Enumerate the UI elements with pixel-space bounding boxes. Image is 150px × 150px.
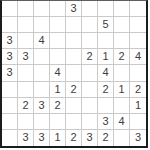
cell-r5c1-clue: 3 [2, 65, 18, 81]
cell-r5c8[interactable] [114, 65, 130, 81]
cell-r9c6-clue: 3 [82, 130, 98, 146]
cell-r2c9[interactable] [130, 17, 146, 33]
cell-r1c5-clue: 3 [66, 1, 82, 17]
cell-r2c1[interactable] [2, 17, 18, 33]
cell-r2c5[interactable] [66, 17, 82, 33]
cell-r4c8-clue: 2 [114, 49, 130, 65]
cell-r3c7[interactable] [98, 33, 114, 49]
cell-r3c8[interactable] [114, 33, 130, 49]
cell-r6c6[interactable] [82, 82, 98, 98]
cell-r1c3[interactable] [34, 1, 50, 17]
cell-r5c4-clue: 4 [50, 65, 66, 81]
cell-r9c2-clue: 3 [18, 130, 34, 146]
cell-r4c1-clue: 3 [2, 49, 18, 65]
cell-r7c6[interactable] [82, 98, 98, 114]
cell-r9c7-clue: 2 [98, 130, 114, 146]
cell-r1c6[interactable] [82, 1, 98, 17]
cell-r9c3-clue: 3 [34, 130, 50, 146]
cell-r7c9-clue: 1 [130, 98, 146, 114]
cell-r5c7-clue: 4 [98, 65, 114, 81]
cell-r2c8[interactable] [114, 17, 130, 33]
cell-r6c4-clue: 1 [50, 82, 66, 98]
cell-r7c1[interactable] [2, 98, 18, 114]
cell-r4c7-clue: 1 [98, 49, 114, 65]
cell-r9c4-clue: 1 [50, 130, 66, 146]
cell-r4c4[interactable] [50, 49, 66, 65]
cell-r6c9-clue: 2 [130, 82, 146, 98]
cell-r6c7-clue: 2 [98, 82, 114, 98]
cell-r3c1-clue: 3 [2, 33, 18, 49]
cell-r8c8-clue: 4 [114, 114, 130, 130]
cell-r6c3[interactable] [34, 82, 50, 98]
minesweeper-board: 3534332124344122122321343312323 [0, 0, 148, 148]
cell-r3c4[interactable] [50, 33, 66, 49]
cell-r7c5[interactable] [66, 98, 82, 114]
cell-r2c3[interactable] [34, 17, 50, 33]
cell-r8c9[interactable] [130, 114, 146, 130]
cell-r1c7[interactable] [98, 1, 114, 17]
cell-r9c8[interactable] [114, 130, 130, 146]
cell-r5c2[interactable] [18, 65, 34, 81]
cell-r1c9[interactable] [130, 1, 146, 17]
cell-r5c6[interactable] [82, 65, 98, 81]
cell-r7c4-clue: 2 [50, 98, 66, 114]
cell-r3c6[interactable] [82, 33, 98, 49]
cell-r4c3[interactable] [34, 49, 50, 65]
cell-r6c2[interactable] [18, 82, 34, 98]
cell-r8c4[interactable] [50, 114, 66, 130]
cell-r2c2[interactable] [18, 17, 34, 33]
cell-r7c8[interactable] [114, 98, 130, 114]
cell-r8c2[interactable] [18, 114, 34, 130]
cell-r5c5[interactable] [66, 65, 82, 81]
cell-r4c9-clue: 4 [130, 49, 146, 65]
cell-r3c5[interactable] [66, 33, 82, 49]
cell-r2c7-clue: 5 [98, 17, 114, 33]
cell-r7c3-clue: 3 [34, 98, 50, 114]
cell-r2c4[interactable] [50, 17, 66, 33]
cell-r6c8-clue: 1 [114, 82, 130, 98]
cell-r1c1[interactable] [2, 1, 18, 17]
cell-r7c7[interactable] [98, 98, 114, 114]
cell-r2c6[interactable] [82, 17, 98, 33]
cell-r1c8[interactable] [114, 1, 130, 17]
cell-r8c5[interactable] [66, 114, 82, 130]
cell-r8c1[interactable] [2, 114, 18, 130]
cell-r7c2-clue: 2 [18, 98, 34, 114]
cell-r9c9-clue: 3 [130, 130, 146, 146]
cell-r9c5-clue: 2 [66, 130, 82, 146]
cell-r6c1[interactable] [2, 82, 18, 98]
cell-r6c5-clue: 2 [66, 82, 82, 98]
cell-r4c6-clue: 2 [82, 49, 98, 65]
cell-r8c6[interactable] [82, 114, 98, 130]
cell-r5c9[interactable] [130, 65, 146, 81]
cell-r5c3[interactable] [34, 65, 50, 81]
cell-r9c1[interactable] [2, 130, 18, 146]
cell-r8c3[interactable] [34, 114, 50, 130]
cell-r3c2[interactable] [18, 33, 34, 49]
cell-r8c7-clue: 3 [98, 114, 114, 130]
cell-r3c3-clue: 4 [34, 33, 50, 49]
cell-r4c5[interactable] [66, 49, 82, 65]
cell-r1c4[interactable] [50, 1, 66, 17]
cell-r1c2[interactable] [18, 1, 34, 17]
cell-r4c2-clue: 3 [18, 49, 34, 65]
cell-r3c9[interactable] [130, 33, 146, 49]
